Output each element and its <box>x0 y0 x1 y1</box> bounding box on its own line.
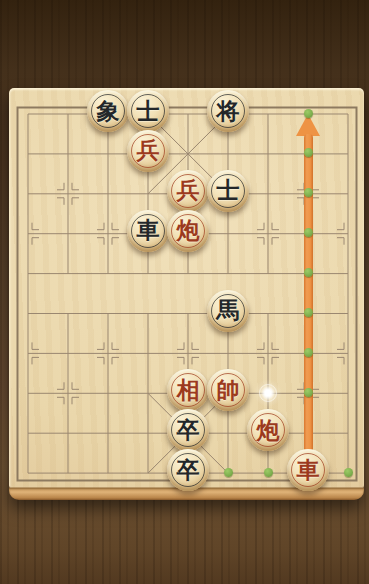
game-screen: 象士将兵兵士車炮馬相帥卒炮卒車 <box>0 0 369 584</box>
piece-red-cannon[interactable]: 炮 <box>167 210 209 252</box>
move-path-dot <box>224 468 233 477</box>
piece-character: 相 <box>177 379 200 402</box>
move-path-dot <box>264 468 273 477</box>
piece-character: 兵 <box>177 179 200 202</box>
piece-character: 車 <box>137 219 160 242</box>
piece-red-soldier[interactable]: 兵 <box>127 130 169 172</box>
move-path-dot <box>304 148 313 157</box>
move-path-dot <box>304 388 313 397</box>
piece-red-general[interactable]: 帥 <box>207 369 249 411</box>
piece-character: 兵 <box>137 139 160 162</box>
piece-character: 将 <box>217 100 240 123</box>
piece-red-soldier[interactable]: 兵 <box>167 170 209 212</box>
move-path-dot <box>304 188 313 197</box>
board-grid-lines <box>0 0 369 584</box>
move-path-dot <box>304 308 313 317</box>
piece-black-chariot[interactable]: 車 <box>127 210 169 252</box>
piece-black-soldier[interactable]: 卒 <box>167 409 209 451</box>
move-arrow-shaft <box>304 134 313 465</box>
move-path-dot <box>344 468 353 477</box>
piece-black-general[interactable]: 将 <box>207 90 249 132</box>
move-path-dot <box>304 268 313 277</box>
piece-character: 象 <box>97 100 120 123</box>
piece-character: 車 <box>297 459 320 482</box>
piece-black-elephant[interactable]: 象 <box>87 90 129 132</box>
move-path-dot <box>304 228 313 237</box>
sparkle-highlight <box>253 378 283 408</box>
piece-character: 馬 <box>217 299 240 322</box>
piece-character: 士 <box>137 100 160 123</box>
piece-character: 士 <box>217 179 240 202</box>
piece-black-soldier[interactable]: 卒 <box>167 449 209 491</box>
piece-black-advisor[interactable]: 士 <box>207 170 249 212</box>
piece-character: 炮 <box>257 419 280 442</box>
piece-character: 卒 <box>177 419 200 442</box>
piece-character: 炮 <box>177 219 200 242</box>
move-path-dot <box>304 109 313 118</box>
piece-red-elephant[interactable]: 相 <box>167 369 209 411</box>
move-path-dot <box>304 348 313 357</box>
piece-character: 卒 <box>177 459 200 482</box>
piece-black-horse[interactable]: 馬 <box>207 290 249 332</box>
piece-red-chariot[interactable]: 車 <box>287 449 329 491</box>
piece-black-advisor[interactable]: 士 <box>127 90 169 132</box>
piece-character: 帥 <box>217 379 240 402</box>
piece-red-cannon[interactable]: 炮 <box>247 409 289 451</box>
